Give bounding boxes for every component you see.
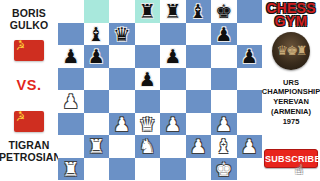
square-f7 (186, 23, 212, 46)
square-a4: ♟ (58, 90, 84, 113)
soviet-flag-bottom: ★ ☭ (14, 111, 44, 132)
event-line: 1975 (261, 117, 320, 127)
event-line: YEREVAN (261, 97, 320, 107)
square-g2: ♝ (211, 135, 237, 158)
chess-gym-logo: ♛♚♜ (272, 32, 310, 70)
square-g6 (211, 45, 237, 68)
square-f8: ♝ (186, 0, 212, 23)
soviet-flag-top: ★ ☭ (14, 40, 44, 61)
logo-line2: GYM (266, 15, 316, 28)
square-g8: ♚ (211, 0, 237, 23)
square-h4 (237, 90, 263, 113)
black-bishop-piece: ♝ (88, 23, 105, 45)
white-pawn-piece: ♟ (113, 113, 130, 135)
square-d1 (135, 158, 161, 181)
square-h6: ♟ (237, 45, 263, 68)
square-c7: ♛ (109, 23, 135, 46)
square-c8 (109, 0, 135, 23)
white-knight-piece: ♞ (139, 135, 156, 157)
hammer-sickle-icon: ☭ (16, 113, 25, 123)
square-d8: ♜ (135, 0, 161, 23)
square-a3 (58, 113, 84, 136)
white-pawn-piece: ♟ (164, 113, 181, 135)
black-queen-piece: ♛ (113, 23, 130, 45)
square-c3: ♟ (109, 113, 135, 136)
square-h1 (237, 158, 263, 181)
white-pawn-piece: ♟ (62, 90, 79, 112)
square-h5 (237, 68, 263, 91)
white-queen-piece: ♛ (139, 113, 156, 135)
event-line: (ARMENIA) (261, 107, 320, 117)
square-h7 (237, 23, 263, 46)
vs-label: VS. (17, 77, 42, 93)
logo-chess-pieces-icon: ♛♚♜ (277, 44, 306, 57)
square-b1 (84, 158, 110, 181)
square-e4 (160, 90, 186, 113)
event-line: CHAMPIONSHIP (261, 87, 320, 97)
black-pawn-piece: ♟ (62, 45, 79, 67)
square-c6 (109, 45, 135, 68)
square-h3 (237, 113, 263, 136)
square-a7 (58, 23, 84, 46)
square-e2 (160, 135, 186, 158)
white-pawn-piece: ♟ (190, 135, 207, 157)
square-d7 (135, 23, 161, 46)
square-a2 (58, 135, 84, 158)
white-bishop-piece: ♝ (215, 135, 232, 157)
square-f1 (186, 158, 212, 181)
square-d6 (135, 45, 161, 68)
square-d2: ♞ (135, 135, 161, 158)
square-e8: ♜ (160, 0, 186, 23)
square-f4 (186, 90, 212, 113)
hammer-sickle-icon: ☭ (16, 42, 25, 52)
square-f5 (186, 68, 212, 91)
players-panel: BORIS GULKO ★ ☭ VS. ★ ☭ TIGRAN PETROSIAN (0, 0, 58, 180)
square-e7 (160, 23, 186, 46)
square-g4 (211, 90, 237, 113)
black-pawn-piece: ♟ (88, 45, 105, 67)
black-bishop-piece: ♝ (190, 0, 207, 22)
black-pawn-piece: ♟ (164, 45, 181, 67)
square-b8 (84, 0, 110, 23)
square-g3: ♟ (211, 113, 237, 136)
square-c4 (109, 90, 135, 113)
square-b3 (84, 113, 110, 136)
black-pawn-piece: ♟ (241, 45, 258, 67)
square-g5 (211, 68, 237, 91)
black-king-piece: ♚ (215, 0, 232, 22)
black-pawn-piece: ♟ (215, 23, 232, 45)
subscribe-button[interactable]: SUBSCRIBE (264, 149, 318, 168)
event-line: URS (261, 78, 320, 88)
square-e5 (160, 68, 186, 91)
square-c5 (109, 68, 135, 91)
square-a6: ♟ (58, 45, 84, 68)
square-h2: ♟ (237, 135, 263, 158)
black-rook-piece: ♜ (139, 0, 156, 22)
square-d5: ♟ (135, 68, 161, 91)
channel-logo-text: CHESS GYM (266, 2, 316, 29)
square-c2 (109, 135, 135, 158)
square-e3: ♟ (160, 113, 186, 136)
square-g1: ♚ (211, 158, 237, 181)
square-a1: ♜ (58, 158, 84, 181)
player-bottom-name: TIGRAN PETROSIAN (0, 139, 59, 163)
square-f6 (186, 45, 212, 68)
square-b5 (84, 68, 110, 91)
square-b2: ♜ (84, 135, 110, 158)
square-a5 (58, 68, 84, 91)
hand-cursor-icon: ☝ (295, 163, 303, 176)
square-f3 (186, 113, 212, 136)
square-b4 (84, 90, 110, 113)
square-b7: ♝ (84, 23, 110, 46)
square-g7: ♟ (211, 23, 237, 46)
square-a8 (58, 0, 84, 23)
square-e6: ♟ (160, 45, 186, 68)
square-e1 (160, 158, 186, 181)
black-pawn-piece: ♟ (139, 68, 156, 90)
square-h8 (237, 0, 263, 23)
black-rook-piece: ♜ (164, 0, 181, 22)
chess-board: ♜♜♝♚♝♛♟♟♟♟♟♟♟♟♛♟♟♜♞♟♝♟♜♚ (58, 0, 262, 180)
white-rook-piece: ♜ (88, 135, 105, 157)
square-f2: ♟ (186, 135, 212, 158)
event-description: URS CHAMPIONSHIP YEREVAN (ARMENIA) 1975 (261, 78, 320, 127)
square-d3: ♛ (135, 113, 161, 136)
white-pawn-piece: ♟ (241, 135, 258, 157)
white-king-piece: ♚ (215, 158, 232, 180)
white-pawn-piece: ♟ (215, 113, 232, 135)
square-b6: ♟ (84, 45, 110, 68)
square-c1 (109, 158, 135, 181)
info-panel: CHESS GYM ♛♚♜ URS CHAMPIONSHIP YEREVAN (… (262, 0, 320, 180)
video-thumbnail: BORIS GULKO ★ ☭ VS. ★ ☭ TIGRAN PETROSIAN… (0, 0, 320, 180)
square-d4 (135, 90, 161, 113)
player-top-name: BORIS GULKO (0, 7, 59, 31)
white-rook-piece: ♜ (62, 158, 79, 180)
